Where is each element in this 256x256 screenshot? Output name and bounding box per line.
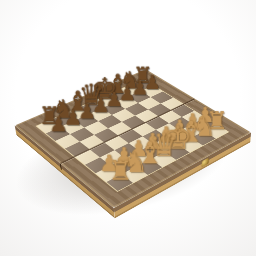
brass-clasp-icon[interactable] [202, 158, 209, 168]
board: ♜♞♝♛♚♝♞♜♟♟♟♟♟♟♟♟♟♟♟♟♟♟♟♟♜♞♝♛♚♝♞♜ [15, 69, 251, 208]
scene: ♜♞♝♛♚♝♞♜♟♟♟♟♟♟♟♟♟♟♟♟♟♟♟♟♜♞♝♛♚♝♞♜ [0, 0, 256, 256]
rook-glyph: ♜ [95, 158, 144, 185]
pawn-glyph: ♟ [36, 114, 80, 135]
product-photo: ♜♞♝♛♚♝♞♜♟♟♟♟♟♟♟♟♟♟♟♟♟♟♟♟♜♞♝♛♚♝♞♜ [0, 0, 256, 256]
